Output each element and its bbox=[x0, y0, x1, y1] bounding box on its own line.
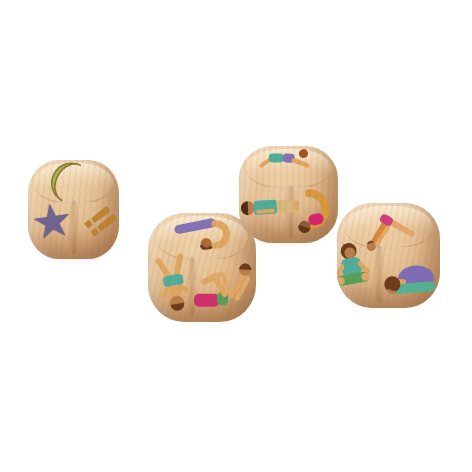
forward-fold-pose-icon bbox=[170, 213, 234, 256]
die-4-pose-die bbox=[337, 203, 440, 308]
die-2-pose-die bbox=[148, 213, 256, 322]
die-3-pose-die bbox=[239, 146, 338, 243]
savasana-pose-icon bbox=[239, 192, 302, 224]
die-1-symbol-die: ★ !! bbox=[28, 160, 119, 259]
standing-bend-pose-icon bbox=[256, 146, 312, 177]
legs-raised-pose-icon bbox=[188, 258, 256, 319]
product-photo-yoga-dice: ★ !! bbox=[0, 0, 472, 472]
childs-pose-icon bbox=[378, 254, 440, 303]
